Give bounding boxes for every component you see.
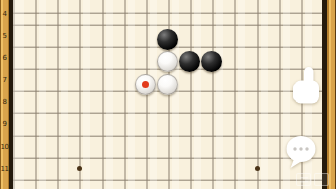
game-screen: 4567891011 — [0, 0, 336, 189]
row-label: 8 — [0, 98, 9, 106]
row-label: 9 — [0, 120, 9, 128]
like-button[interactable] — [293, 67, 320, 105]
ellipsis-dots — [293, 147, 308, 150]
star-point — [255, 166, 260, 171]
watermark-glyph — [296, 173, 311, 186]
row-label: 11 — [0, 165, 9, 173]
stone-black — [179, 51, 200, 72]
row-label: 5 — [0, 32, 9, 40]
speech-bubble-icon — [285, 136, 318, 170]
board-frame-left: 4567891011 — [0, 0, 13, 189]
thumbs-up-icon — [293, 67, 320, 105]
row-label: 10 — [0, 143, 9, 151]
watermark — [296, 172, 336, 187]
stone-white — [135, 74, 156, 95]
board-frame-right — [322, 0, 336, 189]
watermark-glyph — [314, 173, 329, 186]
comment-button[interactable] — [285, 136, 318, 170]
row-label: 7 — [0, 76, 9, 84]
star-point — [77, 166, 82, 171]
last-move-marker — [142, 81, 149, 88]
row-label: 6 — [0, 54, 9, 62]
row-label: 4 — [0, 10, 9, 18]
stone-black — [157, 29, 178, 50]
stone-black — [201, 51, 222, 72]
stone-white — [157, 74, 178, 95]
stone-white — [157, 51, 178, 72]
